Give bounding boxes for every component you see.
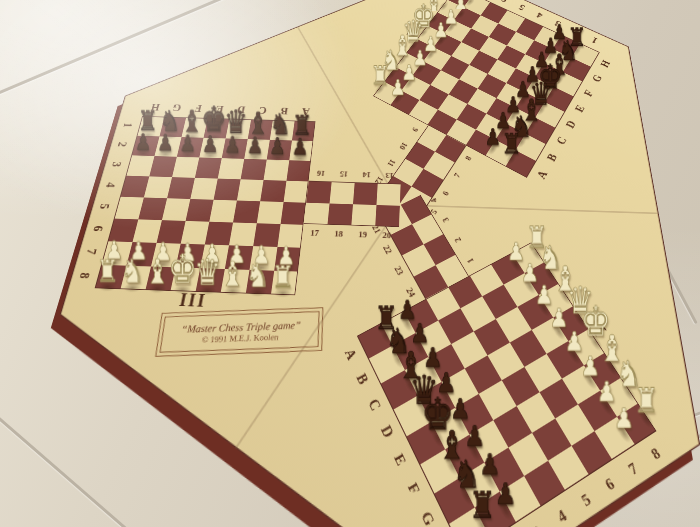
piece-dark-rook: ♜ [501,131,521,159]
piece-cream-rook: ♜ [272,262,295,293]
piece-dark-pawn: ♟ [269,135,286,158]
piece-dark-pawn: ♟ [224,134,241,157]
piece-cream-bishop: ♝ [145,255,170,289]
piece-cream-king: ♚ [168,250,197,290]
piece-dark-pawn: ♟ [179,132,196,155]
piece-dark-pawn: ♟ [495,480,517,510]
three-player-chess-board: “Master Chess Triple game” © 1991 M.E.J.… [0,0,700,527]
board-3d-wrapper: “Master Chess Triple game” © 1991 M.E.J.… [0,0,700,527]
piece-cream-rook: ♜ [370,63,389,89]
piece-cream-rook: ♜ [634,384,659,418]
piece-dark-pawn: ♟ [485,126,502,149]
piece-cream-queen: ♛ [194,254,221,290]
piece-cream-bishop: ♝ [220,257,245,291]
piece-cream-rook: ♜ [96,256,119,287]
piece-cream-knight: ♞ [120,255,144,288]
piece-cream-pawn: ♟ [614,405,635,433]
piece-dark-pawn: ♟ [479,450,500,479]
piece-dark-rook: ♜ [469,488,496,525]
piece-dark-pawn: ♟ [464,422,485,451]
piece-cream-knight: ♞ [246,259,270,292]
piece-cream-pawn: ♟ [390,77,406,99]
piece-dark-pawn: ♟ [202,133,219,156]
piece-dark-pawn: ♟ [247,134,264,157]
piece-dark-pawn: ♟ [292,136,309,159]
piece-dark-pawn: ♟ [157,132,174,155]
piece-dark-pawn: ♟ [135,131,152,154]
